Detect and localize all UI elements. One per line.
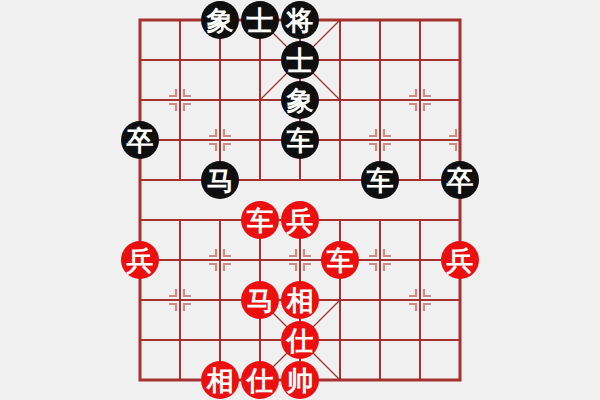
intersection-a6[interactable]: 兵 <box>120 240 160 280</box>
intersection-b6[interactable] <box>160 240 200 280</box>
intersection-a8[interactable] <box>120 320 160 360</box>
intersection-d9[interactable]: 仕 <box>240 360 280 400</box>
intersection-d1[interactable] <box>240 40 280 80</box>
intersection-b9[interactable] <box>160 360 200 400</box>
intersection-d8[interactable] <box>240 320 280 360</box>
black-soldier-piece[interactable]: 卒 <box>441 161 479 199</box>
intersection-b7[interactable] <box>160 280 200 320</box>
intersection-b1[interactable] <box>160 40 200 80</box>
intersection-e0[interactable]: 将 <box>280 0 320 40</box>
intersection-d0[interactable]: 士 <box>240 0 280 40</box>
intersection-e9[interactable]: 帅 <box>280 360 320 400</box>
intersection-f7[interactable] <box>320 280 360 320</box>
red-general-piece[interactable]: 帅 <box>281 361 319 399</box>
intersection-b4[interactable] <box>160 160 200 200</box>
black-soldier-piece[interactable]: 卒 <box>121 121 159 159</box>
intersection-b5[interactable] <box>160 200 200 240</box>
intersection-a1[interactable] <box>120 40 160 80</box>
intersection-f6[interactable]: 车 <box>320 240 360 280</box>
intersection-b3[interactable] <box>160 120 200 160</box>
intersection-h9[interactable] <box>400 360 440 400</box>
black-advisor-piece[interactable]: 士 <box>241 1 279 39</box>
intersection-i0[interactable] <box>440 0 480 40</box>
intersection-h0[interactable] <box>400 0 440 40</box>
intersection-a7[interactable] <box>120 280 160 320</box>
intersection-c6[interactable] <box>200 240 240 280</box>
red-soldier-piece[interactable]: 兵 <box>281 201 319 239</box>
intersection-g1[interactable] <box>360 40 400 80</box>
black-elephant-piece[interactable]: 象 <box>201 1 239 39</box>
intersection-g0[interactable] <box>360 0 400 40</box>
intersection-h1[interactable] <box>400 40 440 80</box>
intersection-d7[interactable]: 马 <box>240 280 280 320</box>
intersection-f8[interactable] <box>320 320 360 360</box>
intersection-f2[interactable] <box>320 80 360 120</box>
red-chariot-piece[interactable]: 车 <box>241 201 279 239</box>
red-elephant-piece[interactable]: 相 <box>281 281 319 319</box>
intersection-g6[interactable] <box>360 240 400 280</box>
intersection-g7[interactable] <box>360 280 400 320</box>
intersection-c2[interactable] <box>200 80 240 120</box>
red-chariot-piece[interactable]: 车 <box>321 241 359 279</box>
intersection-g3[interactable] <box>360 120 400 160</box>
red-elephant-piece[interactable]: 相 <box>201 361 239 399</box>
black-horse-piece[interactable]: 马 <box>201 161 239 199</box>
intersection-e8[interactable]: 仕 <box>280 320 320 360</box>
intersection-a0[interactable] <box>120 0 160 40</box>
intersection-a3[interactable]: 卒 <box>120 120 160 160</box>
black-elephant-piece[interactable]: 象 <box>281 81 319 119</box>
intersection-h8[interactable] <box>400 320 440 360</box>
intersection-e1[interactable]: 士 <box>280 40 320 80</box>
intersection-c1[interactable] <box>200 40 240 80</box>
intersection-c3[interactable] <box>200 120 240 160</box>
black-chariot-piece[interactable]: 车 <box>361 161 399 199</box>
board-intersections: 象士将士象卒车马车卒车兵兵车兵马相仕相仕帅 <box>120 0 480 400</box>
intersection-h6[interactable] <box>400 240 440 280</box>
intersection-e5[interactable]: 兵 <box>280 200 320 240</box>
intersection-b2[interactable] <box>160 80 200 120</box>
intersection-d3[interactable] <box>240 120 280 160</box>
intersection-i5[interactable] <box>440 200 480 240</box>
intersection-i4[interactable]: 卒 <box>440 160 480 200</box>
intersection-i1[interactable] <box>440 40 480 80</box>
black-advisor-piece[interactable]: 士 <box>281 41 319 79</box>
intersection-h2[interactable] <box>400 80 440 120</box>
intersection-f0[interactable] <box>320 0 360 40</box>
intersection-h3[interactable] <box>400 120 440 160</box>
intersection-e2[interactable]: 象 <box>280 80 320 120</box>
intersection-h4[interactable] <box>400 160 440 200</box>
intersection-d4[interactable] <box>240 160 280 200</box>
intersection-i7[interactable] <box>440 280 480 320</box>
intersection-i3[interactable] <box>440 120 480 160</box>
intersection-c8[interactable] <box>200 320 240 360</box>
intersection-f4[interactable] <box>320 160 360 200</box>
intersection-g5[interactable] <box>360 200 400 240</box>
red-advisor-piece[interactable]: 仕 <box>281 321 319 359</box>
intersection-d2[interactable] <box>240 80 280 120</box>
intersection-i9[interactable] <box>440 360 480 400</box>
intersection-c9[interactable]: 相 <box>200 360 240 400</box>
intersection-d5[interactable]: 车 <box>240 200 280 240</box>
intersection-i8[interactable] <box>440 320 480 360</box>
intersection-f5[interactable] <box>320 200 360 240</box>
intersection-g9[interactable] <box>360 360 400 400</box>
intersection-i6[interactable]: 兵 <box>440 240 480 280</box>
red-soldier-piece[interactable]: 兵 <box>441 241 479 279</box>
intersection-a9[interactable] <box>120 360 160 400</box>
black-chariot-piece[interactable]: 车 <box>281 121 319 159</box>
intersection-i2[interactable] <box>440 80 480 120</box>
intersection-c0[interactable]: 象 <box>200 0 240 40</box>
intersection-a4[interactable] <box>120 160 160 200</box>
intersection-g4[interactable]: 车 <box>360 160 400 200</box>
black-general-piece[interactable]: 将 <box>281 1 319 39</box>
intersection-f9[interactable] <box>320 360 360 400</box>
intersection-c5[interactable] <box>200 200 240 240</box>
red-advisor-piece[interactable]: 仕 <box>241 361 279 399</box>
intersection-e6[interactable] <box>280 240 320 280</box>
intersection-g8[interactable] <box>360 320 400 360</box>
intersection-e4[interactable] <box>280 160 320 200</box>
intersection-h5[interactable] <box>400 200 440 240</box>
intersection-e7[interactable]: 相 <box>280 280 320 320</box>
intersection-b8[interactable] <box>160 320 200 360</box>
intersection-c7[interactable] <box>200 280 240 320</box>
intersection-a5[interactable] <box>120 200 160 240</box>
intersection-g2[interactable] <box>360 80 400 120</box>
xiangqi-board: 象士将士象卒车马车卒车兵兵车兵马相仕相仕帅 <box>0 0 600 400</box>
red-horse-piece[interactable]: 马 <box>241 281 279 319</box>
intersection-h7[interactable] <box>400 280 440 320</box>
intersection-e3[interactable]: 车 <box>280 120 320 160</box>
intersection-d6[interactable] <box>240 240 280 280</box>
intersection-a2[interactable] <box>120 80 160 120</box>
intersection-c4[interactable]: 马 <box>200 160 240 200</box>
red-soldier-piece[interactable]: 兵 <box>121 241 159 279</box>
intersection-f3[interactable] <box>320 120 360 160</box>
intersection-f1[interactable] <box>320 40 360 80</box>
intersection-b0[interactable] <box>160 0 200 40</box>
